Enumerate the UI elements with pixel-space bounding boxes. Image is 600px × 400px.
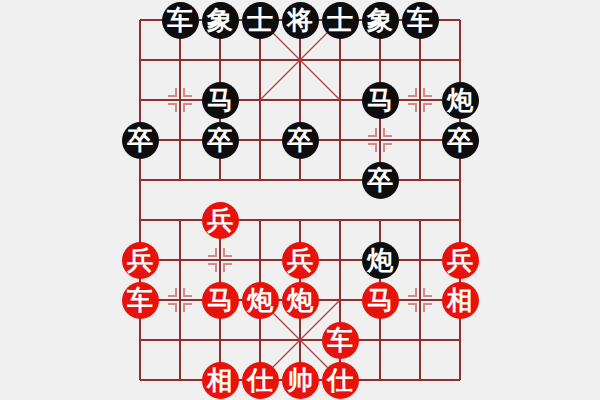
point-marker — [184, 288, 192, 296]
piece-red-soldier[interactable]: 兵 — [442, 242, 479, 279]
point-marker — [184, 304, 192, 312]
piece-red-chariot[interactable]: 车 — [322, 322, 359, 359]
piece-red-elephant[interactable]: 相 — [202, 362, 239, 399]
piece-black-soldier[interactable]: 卒 — [202, 122, 239, 159]
xiangqi-app: 车象士将士象车马马炮卒卒卒卒卒兵兵兵炮兵车马炮炮马相车相仕帅仕 — [0, 0, 600, 400]
piece-black-soldier[interactable]: 卒 — [122, 122, 159, 159]
point-marker — [368, 128, 376, 136]
piece-red-horse[interactable]: 马 — [362, 282, 399, 319]
point-marker — [408, 288, 416, 296]
piece-black-elephant[interactable]: 象 — [202, 2, 239, 39]
point-marker — [424, 304, 432, 312]
piece-black-soldier[interactable]: 卒 — [362, 162, 399, 199]
piece-red-cannon[interactable]: 炮 — [242, 282, 279, 319]
point-marker — [224, 264, 232, 272]
piece-black-horse[interactable]: 马 — [202, 82, 239, 119]
point-marker — [384, 128, 392, 136]
piece-black-general[interactable]: 将 — [282, 2, 319, 39]
point-marker — [224, 248, 232, 256]
piece-black-advisor[interactable]: 士 — [242, 2, 279, 39]
point-marker — [368, 144, 376, 152]
piece-red-general[interactable]: 帅 — [282, 362, 319, 399]
piece-red-soldier[interactable]: 兵 — [122, 242, 159, 279]
piece-red-chariot[interactable]: 车 — [122, 282, 159, 319]
board-grid — [0, 0, 600, 400]
piece-red-cannon[interactable]: 炮 — [282, 282, 319, 319]
point-marker — [424, 104, 432, 112]
piece-black-cannon[interactable]: 炮 — [442, 82, 479, 119]
piece-black-advisor[interactable]: 士 — [322, 2, 359, 39]
point-marker — [168, 304, 176, 312]
point-marker — [184, 104, 192, 112]
piece-black-chariot[interactable]: 车 — [402, 2, 439, 39]
piece-black-cannon[interactable]: 炮 — [362, 242, 399, 279]
piece-black-horse[interactable]: 马 — [362, 82, 399, 119]
point-marker — [184, 88, 192, 96]
point-marker — [168, 288, 176, 296]
piece-black-soldier[interactable]: 卒 — [442, 122, 479, 159]
piece-black-elephant[interactable]: 象 — [362, 2, 399, 39]
point-marker — [424, 288, 432, 296]
point-marker — [384, 144, 392, 152]
point-marker — [408, 304, 416, 312]
point-marker — [168, 104, 176, 112]
piece-black-chariot[interactable]: 车 — [162, 2, 199, 39]
point-marker — [424, 88, 432, 96]
point-marker — [208, 248, 216, 256]
piece-red-soldier[interactable]: 兵 — [202, 202, 239, 239]
piece-red-advisor[interactable]: 仕 — [242, 362, 279, 399]
point-marker — [408, 104, 416, 112]
piece-red-soldier[interactable]: 兵 — [282, 242, 319, 279]
piece-red-horse[interactable]: 马 — [202, 282, 239, 319]
xiangqi-board: 车象士将士象车马马炮卒卒卒卒卒兵兵兵炮兵车马炮炮马相车相仕帅仕 — [0, 0, 600, 400]
point-marker — [168, 88, 176, 96]
point-marker — [408, 88, 416, 96]
piece-black-soldier[interactable]: 卒 — [282, 122, 319, 159]
piece-red-advisor[interactable]: 仕 — [322, 362, 359, 399]
point-marker — [208, 264, 216, 272]
piece-red-elephant[interactable]: 相 — [442, 282, 479, 319]
